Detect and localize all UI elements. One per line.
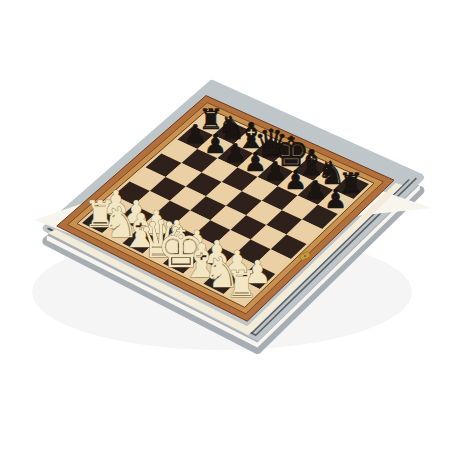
chess-board-scene: ♜♞♟♝♟♛♟♚♟♝♟♞♟♜♟♟♟♟♜♟♞♟♝♟♛♟♚♟♝♟♞♜ bbox=[0, 0, 452, 452]
piece-black-pawn-h7: ♟ bbox=[324, 184, 347, 214]
piece-white-rook-h1: ♜ bbox=[225, 263, 258, 306]
chess-set-product-photo: ♜♞♟♝♟♛♟♚♟♝♟♞♟♜♟♟♟♟♜♟♞♟♝♟♛♟♚♟♝♟♞♜ bbox=[0, 0, 452, 452]
